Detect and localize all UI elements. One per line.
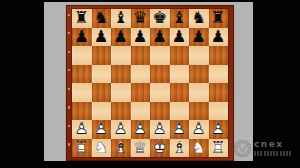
black-pawn[interactable]: ♟: [150, 28, 170, 47]
chess-board: ♜♞♝♛♚♝♞♜♟♟♟♟♟♟♟♟♙♙♙♙♙♙♙♙♖♘♗♕♔♗♘♖: [66, 5, 234, 161]
square-h1[interactable]: ♖: [209, 139, 229, 158]
black-bishop[interactable]: ♝: [170, 9, 190, 28]
white-bishop[interactable]: ♗: [170, 139, 190, 158]
square-b7[interactable]: ♟: [92, 28, 112, 47]
white-knight[interactable]: ♘: [92, 139, 112, 158]
white-king[interactable]: ♔: [150, 139, 170, 158]
square-a1[interactable]: ♖: [72, 139, 92, 158]
square-d7[interactable]: ♟: [131, 28, 151, 47]
square-c3[interactable]: [111, 102, 131, 121]
black-king[interactable]: ♚: [150, 9, 170, 28]
square-a4[interactable]: [72, 83, 92, 102]
black-pawn[interactable]: ♟: [189, 28, 209, 47]
square-g6[interactable]: [189, 46, 209, 65]
square-h3[interactable]: [209, 102, 229, 121]
watermark-tagline: [254, 151, 291, 156]
black-knight[interactable]: ♞: [92, 9, 112, 28]
square-h8[interactable]: ♜: [209, 9, 229, 28]
square-b3[interactable]: [92, 102, 112, 121]
square-e4[interactable]: [150, 83, 170, 102]
square-d4[interactable]: [131, 83, 151, 102]
square-f5[interactable]: [170, 65, 190, 84]
square-a6[interactable]: [72, 46, 92, 65]
watermark: cnex: [233, 139, 297, 163]
square-d6[interactable]: [131, 46, 151, 65]
black-queen[interactable]: ♛: [131, 9, 151, 28]
square-c7[interactable]: ♟: [111, 28, 131, 47]
square-a3[interactable]: [72, 102, 92, 121]
white-pawn[interactable]: ♙: [111, 120, 131, 139]
square-f7[interactable]: ♟: [170, 28, 190, 47]
square-c4[interactable]: [111, 83, 131, 102]
square-g4[interactable]: [189, 83, 209, 102]
square-a5[interactable]: [72, 65, 92, 84]
square-e7[interactable]: ♟: [150, 28, 170, 47]
square-d3[interactable]: [131, 102, 151, 121]
square-b4[interactable]: [92, 83, 112, 102]
square-e1[interactable]: ♔: [150, 139, 170, 158]
black-rook[interactable]: ♜: [209, 9, 229, 28]
black-rook[interactable]: ♜: [72, 9, 92, 28]
square-h2[interactable]: ♙: [209, 120, 229, 139]
square-f2[interactable]: ♙: [170, 120, 190, 139]
square-h7[interactable]: ♟: [209, 28, 229, 47]
square-d1[interactable]: ♕: [131, 139, 151, 158]
letterbox-left: [0, 0, 44, 168]
square-a8[interactable]: ♜: [72, 9, 92, 28]
white-knight[interactable]: ♘: [189, 139, 209, 158]
square-g2[interactable]: ♙: [189, 120, 209, 139]
square-f6[interactable]: [170, 46, 190, 65]
square-d5[interactable]: [131, 65, 151, 84]
square-a2[interactable]: ♙: [72, 120, 92, 139]
black-pawn[interactable]: ♟: [72, 28, 92, 47]
square-g5[interactable]: [189, 65, 209, 84]
white-queen[interactable]: ♕: [131, 139, 151, 158]
white-pawn[interactable]: ♙: [170, 120, 190, 139]
white-pawn[interactable]: ♙: [72, 120, 92, 139]
square-b2[interactable]: ♙: [92, 120, 112, 139]
board-grid: ♜♞♝♛♚♝♞♜♟♟♟♟♟♟♟♟♙♙♙♙♙♙♙♙♖♘♗♕♔♗♘♖: [72, 9, 228, 157]
square-c2[interactable]: ♙: [111, 120, 131, 139]
square-f4[interactable]: [170, 83, 190, 102]
black-bishop[interactable]: ♝: [111, 9, 131, 28]
square-g3[interactable]: [189, 102, 209, 121]
square-c1[interactable]: ♗: [111, 139, 131, 158]
white-pawn[interactable]: ♙: [92, 120, 112, 139]
square-g8[interactable]: ♞: [189, 9, 209, 28]
square-f8[interactable]: ♝: [170, 9, 190, 28]
white-rook[interactable]: ♖: [209, 139, 229, 158]
black-knight[interactable]: ♞: [189, 9, 209, 28]
white-pawn[interactable]: ♙: [209, 120, 229, 139]
v-circle-logo-icon: [233, 139, 252, 158]
square-e8[interactable]: ♚: [150, 9, 170, 28]
square-c5[interactable]: [111, 65, 131, 84]
white-pawn[interactable]: ♙: [189, 120, 209, 139]
white-pawn[interactable]: ♙: [131, 120, 151, 139]
white-pawn[interactable]: ♙: [150, 120, 170, 139]
square-a7[interactable]: ♟: [72, 28, 92, 47]
square-c8[interactable]: ♝: [111, 9, 131, 28]
white-bishop[interactable]: ♗: [111, 139, 131, 158]
square-e3[interactable]: [150, 102, 170, 121]
square-e6[interactable]: [150, 46, 170, 65]
square-b8[interactable]: ♞: [92, 9, 112, 28]
black-pawn[interactable]: ♟: [92, 28, 112, 47]
white-rook[interactable]: ♖: [72, 139, 92, 158]
square-f1[interactable]: ♗: [170, 139, 190, 158]
square-c6[interactable]: [111, 46, 131, 65]
square-h6[interactable]: [209, 46, 229, 65]
watermark-brand-text: cnex: [254, 140, 284, 149]
square-f3[interactable]: [170, 102, 190, 121]
black-pawn[interactable]: ♟: [111, 28, 131, 47]
square-b6[interactable]: [92, 46, 112, 65]
square-d2[interactable]: ♙: [131, 120, 151, 139]
square-h5[interactable]: [209, 65, 229, 84]
square-g1[interactable]: ♘: [189, 139, 209, 158]
square-d8[interactable]: ♛: [131, 9, 151, 28]
black-pawn[interactable]: ♟: [170, 28, 190, 47]
square-e5[interactable]: [150, 65, 170, 84]
square-b1[interactable]: ♘: [92, 139, 112, 158]
square-b5[interactable]: [92, 65, 112, 84]
black-pawn[interactable]: ♟: [131, 28, 151, 47]
square-h4[interactable]: [209, 83, 229, 102]
square-g7[interactable]: ♟: [189, 28, 209, 47]
square-e2[interactable]: ♙: [150, 120, 170, 139]
black-pawn[interactable]: ♟: [209, 28, 229, 47]
